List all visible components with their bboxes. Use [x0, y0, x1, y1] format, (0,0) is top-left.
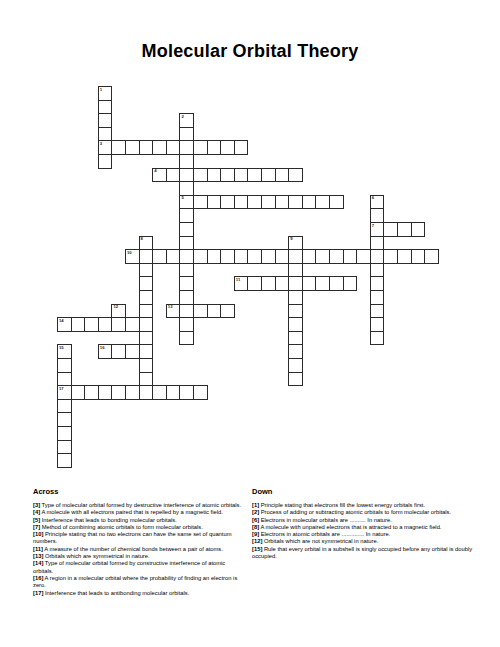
grid-cell-r19c6[interactable]	[139, 344, 154, 359]
grid-cell-r12c10[interactable]	[193, 249, 208, 264]
grid-cell-r12c20[interactable]	[329, 249, 344, 264]
grid-cell-r16c17[interactable]	[288, 304, 303, 319]
cell-number-9: 9	[290, 237, 292, 242]
grid-cell-r6c13[interactable]	[234, 168, 249, 183]
grid-cell-r16c9[interactable]	[179, 304, 194, 319]
grid-cell-r17c23[interactable]	[370, 317, 385, 332]
cell-number-1: 1	[100, 88, 102, 93]
grid-cell-r26c0[interactable]	[57, 440, 72, 455]
grid-cell-r25c0[interactable]	[57, 426, 72, 441]
grid-cell-r13c23[interactable]	[370, 263, 385, 278]
grid-cell-r22c3[interactable]	[98, 385, 113, 400]
grid-cell-r12c12[interactable]	[220, 249, 235, 264]
crossword-page: Molecular Orbital Theory 123456789101112…	[0, 0, 500, 647]
clue-number: [7]	[33, 524, 40, 530]
grid-cell-r22c8[interactable]	[166, 385, 181, 400]
grid-cell-r14c6[interactable]	[139, 276, 154, 291]
clue-number: [17]	[33, 590, 43, 596]
grid-cell-r8c17[interactable]	[288, 195, 303, 210]
clue-down-2: [2] Process of adding or subtracting ato…	[252, 509, 474, 516]
cell-number-7: 7	[372, 224, 374, 229]
grid-cell-r6c17[interactable]	[288, 168, 303, 183]
grid-cell-r12c21[interactable]	[343, 249, 358, 264]
grid-cell-r16c10[interactable]	[193, 304, 208, 319]
cell-number-10: 10	[127, 251, 132, 256]
grid-cell-r8c20[interactable]	[329, 195, 344, 210]
grid-cell-r17c2[interactable]	[84, 317, 99, 332]
grid-cell-r14c20[interactable]	[329, 276, 344, 291]
grid-cell-r4c9[interactable]	[179, 140, 194, 155]
grid-cell-r10c24[interactable]	[383, 222, 398, 237]
grid-cell-r0c3[interactable]: 1	[98, 86, 113, 101]
cell-number-8: 8	[141, 237, 143, 242]
cell-number-14: 14	[59, 319, 64, 324]
down-clue-list: [1] Principle stating that electrons fil…	[252, 502, 474, 560]
grid-cell-r22c6[interactable]	[139, 385, 154, 400]
grid-cell-r9c23[interactable]	[370, 208, 385, 223]
clue-across-17: [17] Interference that leads to antibond…	[33, 590, 246, 597]
grid-cell-r10c9[interactable]	[179, 222, 194, 237]
grid-cell-r12c17[interactable]	[288, 249, 303, 264]
cell-number-2: 2	[181, 115, 183, 120]
grid-cell-r12c9[interactable]	[179, 249, 194, 264]
grid-cell-r16c11[interactable]	[207, 304, 222, 319]
grid-cell-r8c9[interactable]: 5	[179, 195, 194, 210]
grid-cell-r22c4[interactable]	[111, 385, 126, 400]
grid-cell-r12c13[interactable]	[234, 249, 249, 264]
clue-number: [5]	[33, 517, 40, 523]
clue-down-9: [9] Electrons in atomic orbitals are ...…	[252, 531, 474, 538]
grid-cell-r12c18[interactable]	[302, 249, 317, 264]
clue-across-3: [3] Type of molecular orbital formed by …	[33, 502, 246, 509]
clue-number: [6]	[252, 517, 259, 523]
cell-number-11: 11	[236, 278, 240, 283]
grid-cell-r6c8[interactable]	[166, 168, 181, 183]
grid-cell-r18c23[interactable]	[370, 331, 385, 346]
clue-number: [12]	[252, 538, 262, 544]
clue-across-13: [13] Orbitals which are symmetrical in n…	[33, 553, 246, 560]
grid-cell-r12c25[interactable]	[397, 249, 412, 264]
grid-cell-r12c8[interactable]	[166, 249, 181, 264]
grid-cell-r4c5[interactable]	[125, 140, 140, 155]
clue-down-1: [1] Principle stating that electrons fil…	[252, 502, 474, 509]
grid-cell-r4c4[interactable]	[111, 140, 126, 155]
grid-cell-r18c17[interactable]	[288, 331, 303, 346]
down-clues-section: Down [1] Principle stating that electron…	[252, 487, 474, 560]
grid-cell-r10c25[interactable]	[397, 222, 412, 237]
grid-cell-r24c0[interactable]	[57, 412, 72, 427]
grid-cell-r13c9[interactable]	[179, 263, 194, 278]
grid-cell-r4c13[interactable]	[234, 140, 249, 155]
grid-cell-r14c18[interactable]	[302, 276, 317, 291]
grid-cell-r6c11[interactable]	[207, 168, 222, 183]
grid-cell-r16c23[interactable]	[370, 304, 385, 319]
grid-cell-r14c16[interactable]	[275, 276, 290, 291]
grid-cell-r18c9[interactable]	[179, 331, 194, 346]
grid-cell-r4c7[interactable]	[152, 140, 167, 155]
grid-cell-r22c5[interactable]	[125, 385, 140, 400]
clue-number: [10]	[33, 531, 43, 537]
clue-number: [11]	[33, 546, 43, 552]
grid-cell-r21c17[interactable]	[288, 372, 303, 387]
grid-cell-r14c9[interactable]	[179, 276, 194, 291]
grid-cell-r19c3[interactable]: 16	[98, 344, 113, 359]
cell-number-17: 17	[59, 387, 64, 392]
grid-cell-r17c3[interactable]	[98, 317, 113, 332]
clue-down-8: [8] A molecule with unpaired electrons t…	[252, 524, 474, 531]
grid-cell-r8c12[interactable]	[220, 195, 235, 210]
cell-number-16: 16	[100, 346, 105, 351]
grid-cell-r19c5[interactable]	[125, 344, 140, 359]
cell-number-12: 12	[113, 305, 118, 310]
grid-cell-r12c23[interactable]	[370, 249, 385, 264]
grid-cell-r4c11[interactable]	[207, 140, 222, 155]
clue-across-11: [11] A measure of the number of chemical…	[33, 546, 246, 553]
grid-cell-r21c6[interactable]	[139, 372, 154, 387]
grid-cell-r12c6[interactable]	[139, 249, 154, 264]
across-header: Across	[33, 487, 246, 496]
across-clue-list: [3] Type of molecular orbital formed by …	[33, 502, 246, 597]
grid-cell-r10c23[interactable]: 7	[370, 222, 385, 237]
grid-cell-r2c9[interactable]: 2	[179, 113, 194, 128]
grid-cell-r20c0[interactable]	[57, 358, 72, 373]
grid-cell-r11c23[interactable]	[370, 236, 385, 251]
grid-cell-r16c6[interactable]	[139, 304, 154, 319]
grid-cell-r23c0[interactable]	[57, 399, 72, 414]
cell-number-4: 4	[154, 169, 156, 174]
grid-cell-r20c6[interactable]	[139, 358, 154, 373]
grid-cell-r19c0[interactable]: 15	[57, 344, 72, 359]
grid-cell-r5c9[interactable]	[179, 154, 194, 169]
grid-cell-r12c16[interactable]	[275, 249, 290, 264]
grid-cell-r6c7[interactable]: 4	[152, 168, 167, 183]
across-clues-section: Across [3] Type of molecular orbital for…	[33, 487, 246, 597]
clue-across-10: [10] Principle stating that no two elect…	[33, 531, 246, 546]
grid-cell-r8c19[interactable]	[315, 195, 330, 210]
clue-number: [13]	[33, 553, 43, 559]
grid-cell-r12c7[interactable]	[152, 249, 167, 264]
grid-cell-r11c17[interactable]: 9	[288, 236, 303, 251]
grid-cell-r20c17[interactable]	[288, 358, 303, 373]
grid-cell-r4c12[interactable]	[220, 140, 235, 155]
grid-cell-r12c26[interactable]	[411, 249, 426, 264]
grid-cell-r6c9[interactable]	[179, 168, 194, 183]
grid-cell-r17c17[interactable]	[288, 317, 303, 332]
clue-number: [4]	[33, 509, 40, 515]
grid-cell-r10c26[interactable]	[411, 222, 426, 237]
grid-cell-r1c3[interactable]	[98, 100, 113, 115]
grid-cell-r14c14[interactable]	[247, 276, 262, 291]
grid-cell-r2c3[interactable]	[98, 113, 113, 128]
grid-cell-r14c13[interactable]: 11	[234, 276, 249, 291]
grid-cell-r16c4[interactable]: 12	[111, 304, 126, 319]
grid-cell-r16c8[interactable]: 13	[166, 304, 181, 319]
grid-cell-r18c6[interactable]	[139, 331, 154, 346]
grid-cell-r27c0[interactable]	[57, 453, 72, 468]
grid-cell-r15c17[interactable]	[288, 290, 303, 305]
grid-cell-r4c6[interactable]	[139, 140, 154, 155]
clue-across-16: [16] A region in a molecular orbital whe…	[33, 575, 246, 590]
clue-across-14: [14] Type of molecular orbital formed by…	[33, 560, 246, 575]
grid-cell-r4c10[interactable]	[193, 140, 208, 155]
cell-number-13: 13	[168, 305, 173, 310]
grid-cell-r16c12[interactable]	[220, 304, 235, 319]
grid-cell-r8c23[interactable]: 6	[370, 195, 385, 210]
grid-cell-r15c6[interactable]	[139, 290, 154, 305]
grid-cell-r12c14[interactable]	[247, 249, 262, 264]
grid-cell-r17c5[interactable]	[125, 317, 140, 332]
grid-cell-r15c23[interactable]	[370, 290, 385, 305]
cell-number-5: 5	[181, 196, 183, 201]
cell-number-6: 6	[372, 196, 374, 201]
clue-number: [9]	[252, 531, 259, 537]
grid-cell-r22c0[interactable]: 17	[57, 385, 72, 400]
grid-cell-r7c9[interactable]	[179, 181, 194, 196]
clue-down-12: [12] Orbitals which are not symmetrical …	[252, 538, 474, 545]
grid-cell-r12c24[interactable]	[383, 249, 398, 264]
grid-cell-r6c10[interactable]	[193, 168, 208, 183]
grid-cell-r8c16[interactable]	[275, 195, 290, 210]
clue-number: [14]	[33, 560, 43, 566]
grid-cell-r21c0[interactable]	[57, 372, 72, 387]
grid-cell-r11c9[interactable]	[179, 236, 194, 251]
grid-cell-r8c11[interactable]	[207, 195, 222, 210]
crossword-grid: 1234567891011121314151617	[0, 0, 500, 500]
grid-cell-r17c9[interactable]	[179, 317, 194, 332]
grid-cell-r6c14[interactable]	[247, 168, 262, 183]
clue-number: [1]	[252, 502, 259, 508]
grid-cell-r8c18[interactable]	[302, 195, 317, 210]
grid-cell-r13c6[interactable]	[139, 263, 154, 278]
clue-across-5: [5] Interference that leads to bonding m…	[33, 517, 246, 524]
grid-cell-r3c9[interactable]	[179, 127, 194, 142]
grid-cell-r14c17[interactable]	[288, 276, 303, 291]
grid-cell-r3c3[interactable]	[98, 127, 113, 142]
grid-cell-r17c0[interactable]: 14	[57, 317, 72, 332]
clue-number: [8]	[252, 524, 259, 530]
clue-across-4: [4] A molecule with all electrons paired…	[33, 509, 246, 516]
grid-cell-r12c27[interactable]	[424, 249, 439, 264]
grid-cell-r6c16[interactable]	[275, 168, 290, 183]
grid-cell-r17c6[interactable]	[139, 317, 154, 332]
grid-cell-r22c2[interactable]	[84, 385, 99, 400]
clue-number: [3]	[33, 502, 40, 508]
grid-cell-r22c9[interactable]	[179, 385, 194, 400]
down-header: Down	[252, 487, 474, 496]
grid-cell-r5c3[interactable]	[98, 154, 113, 169]
clue-across-7: [7] Method of combining atomic orbitals …	[33, 524, 246, 531]
clue-number: [15]	[252, 546, 262, 552]
grid-cell-r19c17[interactable]	[288, 344, 303, 359]
grid-cell-r6c12[interactable]	[220, 168, 235, 183]
grid-cell-r22c1[interactable]	[71, 385, 86, 400]
grid-cell-r22c7[interactable]	[152, 385, 167, 400]
grid-cell-r12c22[interactable]	[356, 249, 371, 264]
clue-number: [2]	[252, 509, 259, 515]
grid-cell-r11c6[interactable]: 8	[139, 236, 154, 251]
grid-cell-r12c19[interactable]	[315, 249, 330, 264]
grid-cell-r17c1[interactable]	[71, 317, 86, 332]
grid-cell-r15c9[interactable]	[179, 290, 194, 305]
grid-cell-r8c10[interactable]	[193, 195, 208, 210]
grid-cell-r8c14[interactable]	[247, 195, 262, 210]
grid-cell-r6c15[interactable]	[261, 168, 276, 183]
cell-number-3: 3	[100, 142, 102, 147]
grid-cell-r14c21[interactable]	[343, 276, 358, 291]
grid-cell-r8c15[interactable]	[261, 195, 276, 210]
grid-cell-r14c23[interactable]	[370, 276, 385, 291]
clue-number: [16]	[33, 575, 43, 581]
grid-cell-r4c3[interactable]: 3	[98, 140, 113, 155]
grid-cell-r13c17[interactable]	[288, 263, 303, 278]
cell-number-15: 15	[59, 346, 64, 351]
grid-cell-r14c19[interactable]	[315, 276, 330, 291]
clue-down-15: [15] Rule that every orbital in a subshe…	[252, 546, 474, 561]
grid-cell-r19c4[interactable]	[111, 344, 126, 359]
grid-cell-r12c15[interactable]	[261, 249, 276, 264]
grid-cell-r9c9[interactable]	[179, 208, 194, 223]
grid-cell-r22c10[interactable]	[193, 385, 208, 400]
grid-cell-r4c8[interactable]	[166, 140, 181, 155]
grid-cell-r12c5[interactable]: 10	[125, 249, 140, 264]
clue-down-6: [6] Electrons in molecular orbitals are …	[252, 517, 474, 524]
grid-cell-r17c4[interactable]	[111, 317, 126, 332]
grid-cell-r14c15[interactable]	[261, 276, 276, 291]
grid-cell-r12c11[interactable]	[207, 249, 222, 264]
grid-cell-r8c13[interactable]	[234, 195, 249, 210]
